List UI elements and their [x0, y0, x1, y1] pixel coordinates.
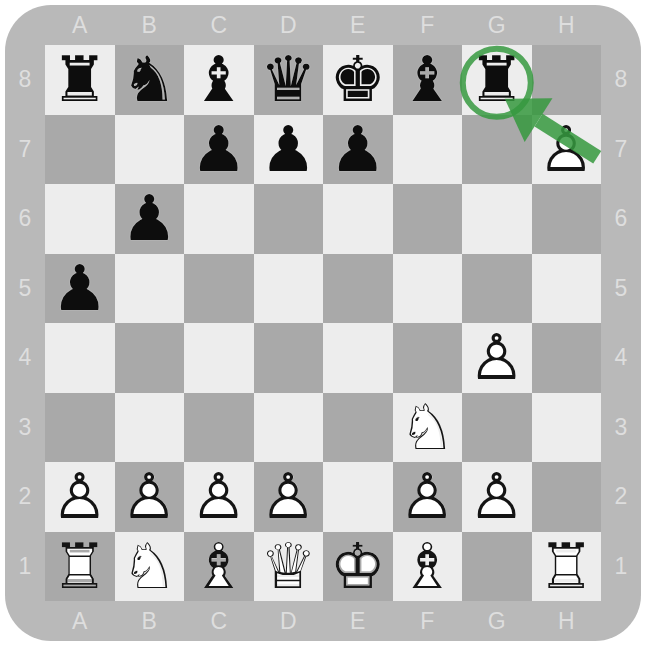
piece-white-rook: ♜♖ — [532, 532, 602, 602]
square-c3[interactable] — [184, 393, 254, 463]
coordinate-label: C — [184, 601, 254, 641]
square-f6[interactable] — [393, 184, 463, 254]
square-a6[interactable] — [45, 184, 115, 254]
piece-glyph-outline: ♗ — [393, 532, 463, 602]
piece-white-bishop: ♝♗ — [393, 532, 463, 602]
square-g3[interactable] — [462, 393, 532, 463]
square-f1[interactable]: ♝♗ — [393, 532, 463, 602]
square-e1[interactable]: ♚♔ — [323, 532, 393, 602]
piece-glyph-fill: ♞ — [115, 45, 185, 115]
coordinate-label: G — [462, 601, 532, 641]
piece-glyph-fill: ♜ — [45, 45, 115, 115]
square-h3[interactable] — [532, 393, 602, 463]
coordinate-label: 1 — [601, 532, 641, 602]
piece-white-king: ♚♔ — [323, 532, 393, 602]
piece-white-pawn: ♟♙ — [45, 462, 115, 532]
square-g6[interactable] — [462, 184, 532, 254]
piece-black-bishop: ♝ — [184, 45, 254, 115]
square-c1[interactable]: ♝♗ — [184, 532, 254, 602]
square-d6[interactable] — [254, 184, 324, 254]
square-e4[interactable] — [323, 323, 393, 393]
chess-board[interactable]: ♜♞♝♛♚♝♜♟♟♟♟♙♟♟♟♙♞♘♟♙♟♙♟♙♟♙♟♙♟♙♜♖♞♘♝♗♛♕♚♔… — [45, 45, 601, 601]
piece-glyph-outline: ♙ — [45, 462, 115, 532]
square-f3[interactable]: ♞♘ — [393, 393, 463, 463]
square-g7[interactable] — [462, 115, 532, 185]
file-labels-top: ABCDEFGH — [45, 5, 601, 45]
coordinate-label: 1 — [5, 532, 45, 602]
piece-black-rook: ♜ — [45, 45, 115, 115]
square-b8[interactable]: ♞ — [115, 45, 185, 115]
coordinate-label: F — [393, 5, 463, 45]
square-d5[interactable] — [254, 254, 324, 324]
square-f4[interactable] — [393, 323, 463, 393]
square-a7[interactable] — [45, 115, 115, 185]
square-d4[interactable] — [254, 323, 324, 393]
piece-glyph-fill: ♟ — [254, 115, 324, 185]
coordinate-label: 8 — [5, 45, 45, 115]
square-b1[interactable]: ♞♘ — [115, 532, 185, 602]
square-g1[interactable] — [462, 532, 532, 602]
piece-black-queen: ♛ — [254, 45, 324, 115]
piece-glyph-outline: ♗ — [184, 532, 254, 602]
piece-glyph-outline: ♖ — [45, 532, 115, 602]
square-a8[interactable]: ♜ — [45, 45, 115, 115]
piece-white-pawn: ♟♙ — [462, 323, 532, 393]
piece-black-pawn: ♟ — [45, 254, 115, 324]
coordinate-label: 6 — [601, 184, 641, 254]
piece-black-rook: ♜ — [462, 45, 532, 115]
square-d7[interactable]: ♟ — [254, 115, 324, 185]
square-f8[interactable]: ♝ — [393, 45, 463, 115]
coordinate-label: F — [393, 601, 463, 641]
square-e5[interactable] — [323, 254, 393, 324]
coordinate-label: 6 — [5, 184, 45, 254]
piece-glyph-fill: ♟ — [115, 184, 185, 254]
piece-white-pawn: ♟♙ — [115, 462, 185, 532]
square-h4[interactable] — [532, 323, 602, 393]
square-a2[interactable]: ♟♙ — [45, 462, 115, 532]
piece-white-queen: ♛♕ — [254, 532, 324, 602]
piece-glyph-fill: ♟ — [45, 254, 115, 324]
rank-labels-right: 87654321 — [601, 45, 641, 601]
piece-glyph-fill: ♜ — [462, 45, 532, 115]
square-c8[interactable]: ♝ — [184, 45, 254, 115]
square-d1[interactable]: ♛♕ — [254, 532, 324, 602]
square-e3[interactable] — [323, 393, 393, 463]
piece-glyph-outline: ♙ — [393, 462, 463, 532]
coordinate-label: 5 — [601, 254, 641, 324]
coordinate-label: C — [184, 5, 254, 45]
coordinate-label: H — [532, 5, 602, 45]
piece-glyph-outline: ♙ — [532, 115, 602, 185]
coordinate-label: 7 — [601, 115, 641, 185]
square-h6[interactable] — [532, 184, 602, 254]
piece-white-knight: ♞♘ — [393, 393, 463, 463]
square-a1[interactable]: ♜♖ — [45, 532, 115, 602]
square-c4[interactable] — [184, 323, 254, 393]
coordinate-label: A — [45, 601, 115, 641]
piece-white-rook: ♜♖ — [45, 532, 115, 602]
square-b3[interactable] — [115, 393, 185, 463]
piece-glyph-fill: ♝ — [393, 45, 463, 115]
square-b2[interactable]: ♟♙ — [115, 462, 185, 532]
square-a5[interactable]: ♟ — [45, 254, 115, 324]
piece-white-pawn: ♟♙ — [184, 462, 254, 532]
coordinate-label: D — [254, 5, 324, 45]
coordinate-label: 7 — [5, 115, 45, 185]
rank-labels-left: 87654321 — [5, 45, 45, 601]
coordinate-label: 2 — [601, 462, 641, 532]
piece-black-bishop: ♝ — [393, 45, 463, 115]
square-d8[interactable]: ♛ — [254, 45, 324, 115]
square-b6[interactable]: ♟ — [115, 184, 185, 254]
square-b7[interactable] — [115, 115, 185, 185]
coordinate-label: 3 — [5, 393, 45, 463]
piece-glyph-fill: ♟ — [184, 115, 254, 185]
square-d3[interactable] — [254, 393, 324, 463]
coordinate-label: 8 — [601, 45, 641, 115]
piece-black-pawn: ♟ — [323, 115, 393, 185]
piece-black-king: ♚ — [323, 45, 393, 115]
piece-glyph-fill: ♟ — [323, 115, 393, 185]
square-f5[interactable] — [393, 254, 463, 324]
piece-glyph-outline: ♘ — [115, 532, 185, 602]
coordinate-label: D — [254, 601, 324, 641]
coordinate-label: A — [45, 5, 115, 45]
piece-glyph-outline: ♙ — [115, 462, 185, 532]
chess-app: ABCDEFGH ABCDEFGH 87654321 87654321 ♜♞♝♛… — [0, 0, 646, 646]
piece-black-pawn: ♟ — [254, 115, 324, 185]
square-c5[interactable] — [184, 254, 254, 324]
square-h7[interactable]: ♟♙ — [532, 115, 602, 185]
piece-white-pawn: ♟♙ — [462, 462, 532, 532]
piece-white-pawn: ♟♙ — [254, 462, 324, 532]
coordinate-label: 4 — [601, 323, 641, 393]
coordinate-label: 2 — [5, 462, 45, 532]
piece-glyph-fill: ♚ — [323, 45, 393, 115]
piece-white-knight: ♞♘ — [115, 532, 185, 602]
coordinate-label: E — [323, 601, 393, 641]
square-h8[interactable] — [532, 45, 602, 115]
square-e2[interactable] — [323, 462, 393, 532]
square-d2[interactable]: ♟♙ — [254, 462, 324, 532]
square-a3[interactable] — [45, 393, 115, 463]
piece-glyph-outline: ♔ — [323, 532, 393, 602]
piece-glyph-fill: ♛ — [254, 45, 324, 115]
coordinate-label: B — [115, 5, 185, 45]
piece-glyph-outline: ♙ — [462, 323, 532, 393]
square-h2[interactable] — [532, 462, 602, 532]
coordinate-label: 4 — [5, 323, 45, 393]
square-g4[interactable]: ♟♙ — [462, 323, 532, 393]
piece-white-pawn: ♟♙ — [532, 115, 602, 185]
board-frame: ABCDEFGH ABCDEFGH 87654321 87654321 ♜♞♝♛… — [5, 5, 641, 641]
square-e6[interactable] — [323, 184, 393, 254]
coordinate-label: G — [462, 5, 532, 45]
square-f7[interactable] — [393, 115, 463, 185]
square-a4[interactable] — [45, 323, 115, 393]
piece-glyph-outline: ♘ — [393, 393, 463, 463]
square-c7[interactable]: ♟ — [184, 115, 254, 185]
piece-glyph-outline: ♙ — [254, 462, 324, 532]
square-c6[interactable] — [184, 184, 254, 254]
piece-glyph-outline: ♖ — [532, 532, 602, 602]
square-f2[interactable]: ♟♙ — [393, 462, 463, 532]
piece-white-bishop: ♝♗ — [184, 532, 254, 602]
square-e7[interactable]: ♟ — [323, 115, 393, 185]
square-g5[interactable] — [462, 254, 532, 324]
square-g8[interactable]: ♜ — [462, 45, 532, 115]
coordinate-label: B — [115, 601, 185, 641]
coordinate-label: 5 — [5, 254, 45, 324]
square-e8[interactable]: ♚ — [323, 45, 393, 115]
coordinate-label: 3 — [601, 393, 641, 463]
square-h1[interactable]: ♜♖ — [532, 532, 602, 602]
coordinate-label: H — [532, 601, 602, 641]
square-g2[interactable]: ♟♙ — [462, 462, 532, 532]
piece-glyph-outline: ♙ — [462, 462, 532, 532]
piece-glyph-outline: ♕ — [254, 532, 324, 602]
file-labels-bottom: ABCDEFGH — [45, 601, 601, 641]
square-h5[interactable] — [532, 254, 602, 324]
piece-white-pawn: ♟♙ — [393, 462, 463, 532]
piece-glyph-outline: ♙ — [184, 462, 254, 532]
square-b4[interactable] — [115, 323, 185, 393]
coordinate-label: E — [323, 5, 393, 45]
square-c2[interactable]: ♟♙ — [184, 462, 254, 532]
piece-black-pawn: ♟ — [184, 115, 254, 185]
piece-black-pawn: ♟ — [115, 184, 185, 254]
piece-black-knight: ♞ — [115, 45, 185, 115]
square-b5[interactable] — [115, 254, 185, 324]
piece-glyph-fill: ♝ — [184, 45, 254, 115]
